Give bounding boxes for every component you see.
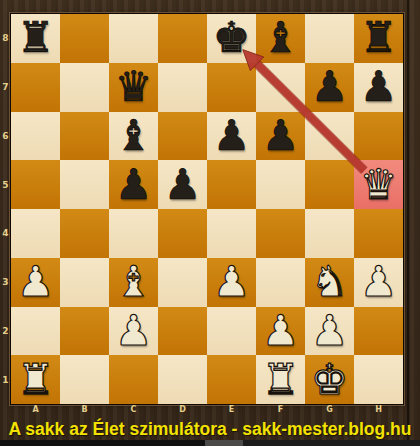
piece-white-pawn[interactable]: ♟ — [115, 310, 153, 352]
square-h3[interactable]: ♟ — [354, 258, 403, 307]
square-a6[interactable] — [11, 112, 60, 161]
square-g7[interactable]: ♟ — [305, 63, 354, 112]
square-c1[interactable] — [109, 355, 158, 404]
file-label-d: D — [158, 404, 207, 415]
square-d5[interactable]: ♟ — [158, 160, 207, 209]
square-a8[interactable]: ♜ — [11, 14, 60, 63]
square-h6[interactable] — [354, 112, 403, 161]
piece-black-pawn[interactable]: ♟ — [360, 66, 398, 108]
square-d1[interactable] — [158, 355, 207, 404]
square-a5[interactable] — [11, 160, 60, 209]
square-b8[interactable] — [60, 14, 109, 63]
square-f7[interactable] — [256, 63, 305, 112]
square-e8[interactable]: ♚ — [207, 14, 256, 63]
square-h4[interactable] — [354, 209, 403, 258]
square-a7[interactable] — [11, 63, 60, 112]
piece-black-pawn[interactable]: ♟ — [164, 164, 202, 206]
square-h1[interactable] — [354, 355, 403, 404]
square-e6[interactable]: ♟ — [207, 112, 256, 161]
square-g8[interactable] — [305, 14, 354, 63]
square-d3[interactable] — [158, 258, 207, 307]
rank-labels: 87654321 — [0, 14, 11, 404]
square-a2[interactable] — [11, 307, 60, 356]
file-label-a: A — [11, 404, 60, 415]
piece-white-king[interactable]: ♚ — [311, 359, 349, 401]
square-c8[interactable] — [109, 14, 158, 63]
square-b4[interactable] — [60, 209, 109, 258]
square-f5[interactable] — [256, 160, 305, 209]
piece-black-rook[interactable]: ♜ — [360, 17, 398, 59]
piece-black-queen[interactable]: ♛ — [115, 66, 153, 108]
piece-white-pawn[interactable]: ♟ — [17, 261, 55, 303]
square-f6[interactable]: ♟ — [256, 112, 305, 161]
square-d6[interactable] — [158, 112, 207, 161]
rank-label-2: 2 — [0, 307, 11, 356]
chess-app-frame: 87654321 ♜♚♝♜♛♟♟♝♟♟♟♟♛♟♝♟♞♟♟♟♟♜♜♚ ABCDEF… — [0, 0, 420, 446]
square-h8[interactable]: ♜ — [354, 14, 403, 63]
square-d2[interactable] — [158, 307, 207, 356]
square-h5[interactable]: ♛ — [354, 160, 403, 209]
square-e5[interactable] — [207, 160, 256, 209]
file-label-c: C — [109, 404, 158, 415]
piece-black-rook[interactable]: ♜ — [17, 17, 55, 59]
piece-black-pawn[interactable]: ♟ — [115, 164, 153, 206]
square-g4[interactable] — [305, 209, 354, 258]
file-label-f: F — [256, 404, 305, 415]
square-h7[interactable]: ♟ — [354, 63, 403, 112]
square-b3[interactable] — [60, 258, 109, 307]
bottom-edge-segment — [205, 440, 243, 446]
square-d8[interactable] — [158, 14, 207, 63]
piece-white-pawn[interactable]: ♟ — [360, 261, 398, 303]
square-f8[interactable]: ♝ — [256, 14, 305, 63]
piece-black-pawn[interactable]: ♟ — [311, 66, 349, 108]
square-c6[interactable]: ♝ — [109, 112, 158, 161]
piece-white-rook[interactable]: ♜ — [262, 359, 300, 401]
square-f3[interactable] — [256, 258, 305, 307]
square-g6[interactable] — [305, 112, 354, 161]
square-g1[interactable]: ♚ — [305, 355, 354, 404]
chess-board: ♜♚♝♜♛♟♟♝♟♟♟♟♛♟♝♟♞♟♟♟♟♜♜♚ — [11, 14, 403, 404]
square-h2[interactable] — [354, 307, 403, 356]
square-a3[interactable]: ♟ — [11, 258, 60, 307]
piece-white-knight[interactable]: ♞ — [311, 261, 349, 303]
piece-white-pawn[interactable]: ♟ — [311, 310, 349, 352]
file-label-b: B — [60, 404, 109, 415]
rank-label-7: 7 — [0, 63, 11, 112]
piece-black-pawn[interactable]: ♟ — [213, 115, 251, 157]
file-label-h: H — [354, 404, 403, 415]
square-g5[interactable] — [305, 160, 354, 209]
square-c3[interactable]: ♝ — [109, 258, 158, 307]
caption-text: A sakk az Élet szimulátora - sakk-mester… — [0, 418, 420, 440]
bottom-edge — [0, 440, 420, 446]
piece-white-queen[interactable]: ♛ — [360, 164, 398, 206]
square-c5[interactable]: ♟ — [109, 160, 158, 209]
square-d7[interactable] — [158, 63, 207, 112]
file-label-e: E — [207, 404, 256, 415]
square-d4[interactable] — [158, 209, 207, 258]
square-f2[interactable]: ♟ — [256, 307, 305, 356]
file-label-g: G — [305, 404, 354, 415]
square-b6[interactable] — [60, 112, 109, 161]
rank-label-3: 3 — [0, 258, 11, 307]
square-e3[interactable]: ♟ — [207, 258, 256, 307]
piece-white-pawn[interactable]: ♟ — [213, 261, 251, 303]
piece-black-king[interactable]: ♚ — [213, 17, 251, 59]
square-c2[interactable]: ♟ — [109, 307, 158, 356]
square-e2[interactable] — [207, 307, 256, 356]
piece-black-pawn[interactable]: ♟ — [262, 115, 300, 157]
square-b1[interactable] — [60, 355, 109, 404]
piece-black-bishop[interactable]: ♝ — [115, 115, 153, 157]
square-a4[interactable] — [11, 209, 60, 258]
square-e1[interactable] — [207, 355, 256, 404]
square-b7[interactable] — [60, 63, 109, 112]
square-g2[interactable]: ♟ — [305, 307, 354, 356]
rank-label-8: 8 — [0, 14, 11, 63]
piece-white-rook[interactable]: ♜ — [17, 359, 55, 401]
square-a1[interactable]: ♜ — [11, 355, 60, 404]
rank-label-5: 5 — [0, 160, 11, 209]
square-c4[interactable] — [109, 209, 158, 258]
rank-label-4: 4 — [0, 209, 11, 258]
square-e4[interactable] — [207, 209, 256, 258]
square-f4[interactable] — [256, 209, 305, 258]
bottom-edge-segment — [243, 440, 420, 446]
rank-label-6: 6 — [0, 112, 11, 161]
file-labels: ABCDEFGH — [11, 404, 403, 415]
square-f1[interactable]: ♜ — [256, 355, 305, 404]
piece-white-pawn[interactable]: ♟ — [262, 310, 300, 352]
square-b2[interactable] — [60, 307, 109, 356]
square-e7[interactable] — [207, 63, 256, 112]
piece-black-bishop[interactable]: ♝ — [262, 17, 300, 59]
rank-label-1: 1 — [0, 355, 11, 404]
piece-white-bishop[interactable]: ♝ — [115, 261, 153, 303]
square-c7[interactable]: ♛ — [109, 63, 158, 112]
square-b5[interactable] — [60, 160, 109, 209]
square-g3[interactable]: ♞ — [305, 258, 354, 307]
